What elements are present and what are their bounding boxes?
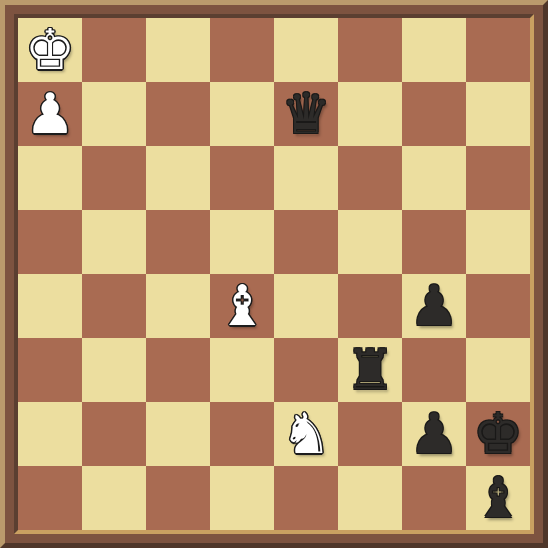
square-d8[interactable] [210,18,274,82]
square-e3[interactable] [274,338,338,402]
square-g2[interactable]: ♟ [402,402,466,466]
square-h7[interactable] [466,82,530,146]
board-frame-wood: ♚♟♛♝♟♜♞♟♚♝ [5,5,543,543]
piece-black-king[interactable]: ♚ [466,402,530,466]
square-a7[interactable]: ♟ [18,82,82,146]
square-c7[interactable] [146,82,210,146]
square-a3[interactable] [18,338,82,402]
square-g3[interactable] [402,338,466,402]
square-f5[interactable] [338,210,402,274]
square-f7[interactable] [338,82,402,146]
square-e2[interactable]: ♞ [274,402,338,466]
square-e4[interactable] [274,274,338,338]
piece-black-pawn[interactable]: ♟ [402,402,466,466]
chess-board: ♚♟♛♝♟♜♞♟♚♝ [18,18,530,530]
square-c2[interactable] [146,402,210,466]
square-d3[interactable] [210,338,274,402]
piece-white-pawn[interactable]: ♟ [18,82,82,146]
square-h8[interactable] [466,18,530,82]
square-g8[interactable] [402,18,466,82]
square-e8[interactable] [274,18,338,82]
square-h2[interactable]: ♚ [466,402,530,466]
square-d6[interactable] [210,146,274,210]
square-e6[interactable] [274,146,338,210]
square-h6[interactable] [466,146,530,210]
square-g4[interactable]: ♟ [402,274,466,338]
square-d4[interactable]: ♝ [210,274,274,338]
square-f1[interactable] [338,466,402,530]
piece-white-knight[interactable]: ♞ [274,402,338,466]
square-e1[interactable] [274,466,338,530]
square-h4[interactable] [466,274,530,338]
square-b2[interactable] [82,402,146,466]
piece-black-bishop[interactable]: ♝ [466,466,530,530]
square-d2[interactable] [210,402,274,466]
square-b4[interactable] [82,274,146,338]
square-c6[interactable] [146,146,210,210]
square-f3[interactable]: ♜ [338,338,402,402]
square-f2[interactable] [338,402,402,466]
square-c1[interactable] [146,466,210,530]
board-frame-bevel: ♚♟♛♝♟♜♞♟♚♝ [14,14,534,534]
square-b7[interactable] [82,82,146,146]
square-b3[interactable] [82,338,146,402]
square-h5[interactable] [466,210,530,274]
piece-black-pawn[interactable]: ♟ [402,274,466,338]
square-f4[interactable] [338,274,402,338]
square-c8[interactable] [146,18,210,82]
piece-black-rook[interactable]: ♜ [338,338,402,402]
square-f6[interactable] [338,146,402,210]
square-b5[interactable] [82,210,146,274]
square-e5[interactable] [274,210,338,274]
square-h3[interactable] [466,338,530,402]
square-d5[interactable] [210,210,274,274]
square-a8[interactable]: ♚ [18,18,82,82]
square-g1[interactable] [402,466,466,530]
square-a1[interactable] [18,466,82,530]
square-b8[interactable] [82,18,146,82]
square-b6[interactable] [82,146,146,210]
square-b1[interactable] [82,466,146,530]
piece-white-bishop[interactable]: ♝ [210,274,274,338]
square-g6[interactable] [402,146,466,210]
square-c4[interactable] [146,274,210,338]
square-g5[interactable] [402,210,466,274]
piece-black-queen[interactable]: ♛ [274,82,338,146]
square-h1[interactable]: ♝ [466,466,530,530]
square-g7[interactable] [402,82,466,146]
square-d1[interactable] [210,466,274,530]
square-a4[interactable] [18,274,82,338]
board-frame-outer: ♚♟♛♝♟♜♞♟♚♝ [0,0,548,548]
square-d7[interactable] [210,82,274,146]
square-e7[interactable]: ♛ [274,82,338,146]
square-c3[interactable] [146,338,210,402]
piece-white-king[interactable]: ♚ [18,18,82,82]
square-f8[interactable] [338,18,402,82]
square-a6[interactable] [18,146,82,210]
square-a5[interactable] [18,210,82,274]
square-c5[interactable] [146,210,210,274]
square-a2[interactable] [18,402,82,466]
